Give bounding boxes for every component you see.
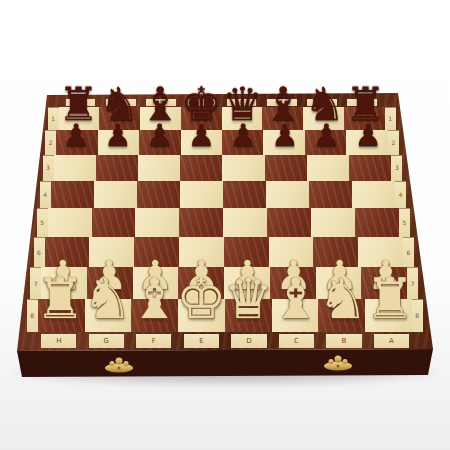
chess-set-photo: 1122334455667788HGFEDCBAHGFEDCBA♜♞♝♚♛♝♞♜…	[0, 0, 450, 450]
square-d4[interactable]	[223, 181, 266, 208]
piece-dark-pawn[interactable]: ♟	[229, 120, 257, 151]
square-a3[interactable]	[349, 155, 391, 181]
square-c3[interactable]	[265, 155, 307, 181]
square-h5[interactable]	[48, 208, 92, 237]
square-d3[interactable]	[222, 155, 264, 181]
rank-label-right: 3	[391, 155, 402, 181]
piece-dark-pawn[interactable]: ♟	[104, 120, 132, 151]
square-f5[interactable]	[135, 208, 179, 237]
rank-label-right: 6	[403, 237, 414, 267]
rank-label-left: 5	[37, 208, 48, 237]
rank-label-left: 2	[45, 130, 56, 155]
piece-light-bishop[interactable]: ♝	[129, 271, 179, 327]
square-f4[interactable]	[137, 181, 180, 208]
piece-dark-pawn[interactable]: ♟	[187, 120, 215, 151]
piece-dark-pawn[interactable]: ♟	[62, 120, 90, 151]
square-f3[interactable]	[138, 155, 180, 181]
rank-label-right: 4	[395, 181, 406, 208]
square-e5[interactable]	[179, 208, 223, 237]
file-label-bottom: C	[279, 334, 314, 348]
piece-light-queen[interactable]: ♛	[223, 271, 273, 327]
piece-light-knight[interactable]: ♞	[82, 271, 132, 327]
file-label-bottom: B	[326, 334, 361, 348]
rank-label-left: 6	[34, 237, 45, 267]
piece-dark-pawn[interactable]: ♟	[271, 120, 299, 151]
board: 1122334455667788HGFEDCBAHGFEDCBA♜♞♝♚♛♝♞♜…	[0, 0, 450, 450]
square-a4[interactable]	[352, 181, 395, 208]
square-g5[interactable]	[92, 208, 136, 237]
square-c5[interactable]	[267, 208, 311, 237]
file-label-bottom: H	[41, 334, 76, 348]
rank-label-right: 1	[385, 107, 396, 130]
square-h3[interactable]	[54, 155, 96, 181]
file-label-bottom: A	[374, 334, 409, 348]
file-label-bottom: E	[184, 334, 219, 348]
square-b3[interactable]	[307, 155, 349, 181]
square-c4[interactable]	[266, 181, 309, 208]
rank-label-left: 4	[40, 181, 51, 208]
piece-dark-pawn[interactable]: ♟	[146, 120, 174, 151]
file-label-bottom: G	[89, 334, 124, 348]
square-e3[interactable]	[180, 155, 222, 181]
rank-label-left: 3	[43, 155, 54, 181]
piece-light-bishop[interactable]: ♝	[270, 271, 320, 327]
square-a5[interactable]	[355, 208, 399, 237]
rank-label-right: 5	[399, 208, 410, 237]
piece-dark-pawn[interactable]: ♟	[354, 120, 382, 151]
square-d5[interactable]	[223, 208, 267, 237]
square-g4[interactable]	[94, 181, 137, 208]
file-label-bottom: D	[231, 334, 266, 348]
piece-dark-pawn[interactable]: ♟	[313, 120, 341, 151]
file-label-bottom: F	[136, 334, 171, 348]
square-e4[interactable]	[180, 181, 223, 208]
piece-light-rook[interactable]: ♜	[35, 271, 85, 327]
square-b4[interactable]	[309, 181, 352, 208]
piece-light-king[interactable]: ♚	[176, 271, 226, 327]
square-h4[interactable]	[51, 181, 94, 208]
square-b5[interactable]	[311, 208, 355, 237]
piece-light-knight[interactable]: ♞	[318, 271, 368, 327]
piece-light-rook[interactable]: ♜	[365, 271, 415, 327]
rank-label-right: 2	[388, 130, 399, 155]
square-g3[interactable]	[96, 155, 138, 181]
